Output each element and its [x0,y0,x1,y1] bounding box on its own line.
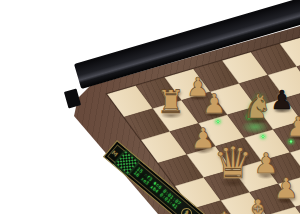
white-pawn-b5[interactable]: ♟ [190,125,215,153]
white-pawn-c6[interactable]: ♟ [202,90,226,117]
display-clocks: 0:01:07 0:01:41 [159,188,182,210]
chess-computer-photo: M 15 ♘f3 ♞c6 16 ♗e3 ♝b4 0:01:07 0:01:41 … [0,0,300,214]
white-king-a2[interactable]: ♚ [203,206,244,214]
black-pawn-e5[interactable]: ♟ [270,87,293,113]
white-pawn-c2[interactable]: ♟ [273,175,298,203]
rail-end-cap [64,89,81,109]
white-rook-b6[interactable]: ♜ [157,86,186,118]
knight-emblem-icon: ♞ [179,205,194,214]
brand-logo: M [111,148,120,157]
green-led-0 [216,120,220,123]
green-led-2 [261,135,265,138]
white-knight-d5[interactable]: ♞ [242,89,272,123]
white-bishop-b2[interactable]: ♝ [242,195,274,214]
white-queen-b3[interactable]: ♛ [213,141,252,185]
white-pawn-e4[interactable]: ♟ [286,113,300,140]
mini-board-cell [126,171,129,174]
